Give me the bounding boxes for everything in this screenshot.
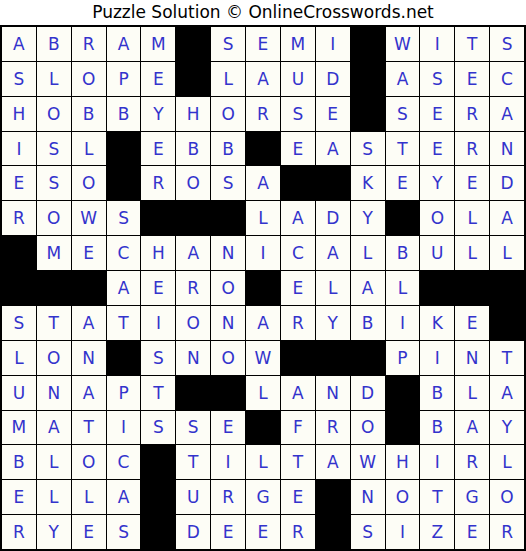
grid-cell-r2c15[interactable]: C: [490, 62, 524, 96]
block-cell-r14c5: [141, 480, 175, 514]
grid-cell-r6c8[interactable]: L: [246, 201, 280, 235]
grid-cell-r9c8[interactable]: A: [246, 306, 280, 340]
grid-cell-r7c13[interactable]: U: [420, 236, 454, 270]
grid-cell-r14c6[interactable]: U: [176, 480, 210, 514]
grid-cell-r5c3[interactable]: O: [72, 166, 106, 200]
grid-cell-r4c14[interactable]: R: [455, 132, 489, 166]
grid-cell-r12c13[interactable]: B: [420, 411, 454, 445]
grid-cell-r4c12[interactable]: T: [386, 132, 420, 166]
grid-cell-r4c5[interactable]: E: [141, 132, 175, 166]
grid-cell-r12c3[interactable]: T: [72, 411, 106, 445]
grid-cell-r13c7[interactable]: I: [211, 445, 245, 479]
grid-cell-r12c7[interactable]: E: [211, 411, 245, 445]
grid-cell-r15c3[interactable]: E: [72, 515, 106, 549]
page-title: Puzzle Solution © OnlineCrosswords.net: [0, 0, 526, 25]
grid-cell-r1c15[interactable]: S: [490, 27, 524, 61]
grid-cell-r3c10[interactable]: E: [316, 97, 350, 131]
grid-cell-r1c12[interactable]: W: [386, 27, 420, 61]
grid-cell-r8c6[interactable]: R: [176, 271, 210, 305]
block-cell-r6c7: [211, 201, 245, 235]
grid-cell-r10c13[interactable]: I: [420, 341, 454, 375]
grid-cell-r10c3[interactable]: N: [72, 341, 106, 375]
block-cell-r5c10: [316, 166, 350, 200]
grid-cell-r9c4[interactable]: T: [107, 306, 141, 340]
block-cell-r11c12: [386, 376, 420, 410]
grid-cell-r6c15[interactable]: A: [490, 201, 524, 235]
grid-cell-r5c1[interactable]: E: [2, 166, 36, 200]
grid-cell-r3c1[interactable]: H: [2, 97, 36, 131]
grid-cell-r11c3[interactable]: A: [72, 376, 106, 410]
block-cell-r8c13: [420, 271, 454, 305]
grid-cell-r15c7[interactable]: E: [211, 515, 245, 549]
grid-cell-r6c2[interactable]: O: [37, 201, 71, 235]
grid-cell-r14c4[interactable]: A: [107, 480, 141, 514]
grid-cell-r8c11[interactable]: A: [351, 271, 385, 305]
grid-cell-r9c11[interactable]: B: [351, 306, 385, 340]
grid-cell-r11c10[interactable]: N: [316, 376, 350, 410]
grid-cell-r9c2[interactable]: T: [37, 306, 71, 340]
grid-cell-r10c14[interactable]: N: [455, 341, 489, 375]
grid-cell-r1c14[interactable]: T: [455, 27, 489, 61]
grid-cell-r3c3[interactable]: B: [72, 97, 106, 131]
grid-cell-r6c11[interactable]: Y: [351, 201, 385, 235]
grid-cell-r5c2[interactable]: S: [37, 166, 71, 200]
grid-cell-r12c1[interactable]: M: [2, 411, 36, 445]
block-cell-r8c2: [37, 271, 71, 305]
grid-cell-r7c10[interactable]: A: [316, 236, 350, 270]
grid-cell-r15c6[interactable]: D: [176, 515, 210, 549]
grid-cell-r6c9[interactable]: A: [281, 201, 315, 235]
grid-cell-r7c14[interactable]: L: [455, 236, 489, 270]
grid-cell-r2c2[interactable]: L: [37, 62, 71, 96]
grid-cell-r13c8[interactable]: L: [246, 445, 280, 479]
block-cell-r12c12: [386, 411, 420, 445]
grid-cell-r7c2[interactable]: M: [37, 236, 71, 270]
block-cell-r4c4: [107, 132, 141, 166]
block-cell-r1c6: [176, 27, 210, 61]
page: Puzzle Solution © OnlineCrosswords.net A…: [0, 0, 526, 551]
block-cell-r11c6: [176, 376, 210, 410]
grid-cell-r3c13[interactable]: E: [420, 97, 454, 131]
grid-cell-r8c12[interactable]: L: [386, 271, 420, 305]
block-cell-r4c8: [246, 132, 280, 166]
grid-cell-r9c1[interactable]: S: [2, 306, 36, 340]
grid-cell-r8c7[interactable]: O: [211, 271, 245, 305]
grid-cell-r13c4[interactable]: C: [107, 445, 141, 479]
grid-cell-r7c3[interactable]: E: [72, 236, 106, 270]
grid-cell-r1c7[interactable]: S: [211, 27, 245, 61]
grid-cell-r13c1[interactable]: B: [2, 445, 36, 479]
block-cell-r14c10: [316, 480, 350, 514]
grid-cell-r14c12[interactable]: O: [386, 480, 420, 514]
grid-cell-r10c7[interactable]: O: [211, 341, 245, 375]
grid-cell-r2c8[interactable]: A: [246, 62, 280, 96]
grid-cell-r10c2[interactable]: O: [37, 341, 71, 375]
grid-cell-r5c8[interactable]: A: [246, 166, 280, 200]
grid-cell-r5c15[interactable]: D: [490, 166, 524, 200]
grid-cell-r7c6[interactable]: A: [176, 236, 210, 270]
grid-cell-r14c15[interactable]: O: [490, 480, 524, 514]
grid-cell-r13c13[interactable]: I: [420, 445, 454, 479]
grid-cell-r7c7[interactable]: N: [211, 236, 245, 270]
grid-cell-r2c13[interactable]: S: [420, 62, 454, 96]
grid-cell-r14c9[interactable]: E: [281, 480, 315, 514]
grid-cell-r11c5[interactable]: T: [141, 376, 175, 410]
grid-cell-r11c1[interactable]: U: [2, 376, 36, 410]
grid-cell-r5c5[interactable]: R: [141, 166, 175, 200]
grid-cell-r4c3[interactable]: L: [72, 132, 106, 166]
grid-cell-r8c4[interactable]: A: [107, 271, 141, 305]
grid-cell-r6c13[interactable]: O: [420, 201, 454, 235]
grid-cell-r3c8[interactable]: R: [246, 97, 280, 131]
grid-cell-r15c11[interactable]: S: [351, 515, 385, 549]
grid-cell-r9c3[interactable]: A: [72, 306, 106, 340]
grid-cell-r2c7[interactable]: L: [211, 62, 245, 96]
block-cell-r10c10: [316, 341, 350, 375]
grid-cell-r11c8[interactable]: L: [246, 376, 280, 410]
block-cell-r7c1: [2, 236, 36, 270]
block-cell-r5c9: [281, 166, 315, 200]
grid-cell-r15c1[interactable]: R: [2, 515, 36, 549]
grid-cell-r7c15[interactable]: L: [490, 236, 524, 270]
grid-cell-r1c10[interactable]: I: [316, 27, 350, 61]
grid-cell-r3c15[interactable]: A: [490, 97, 524, 131]
grid-cell-r13c6[interactable]: T: [176, 445, 210, 479]
grid-cell-r11c14[interactable]: L: [455, 376, 489, 410]
grid-cell-r4c6[interactable]: B: [176, 132, 210, 166]
grid-cell-r8c5[interactable]: E: [141, 271, 175, 305]
grid-cell-r3c4[interactable]: B: [107, 97, 141, 131]
grid-cell-r14c13[interactable]: T: [420, 480, 454, 514]
grid-cell-r3c14[interactable]: R: [455, 97, 489, 131]
grid-cell-r15c15[interactable]: R: [490, 515, 524, 549]
grid-cell-r4c9[interactable]: E: [281, 132, 315, 166]
grid-cell-r9c10[interactable]: Y: [316, 306, 350, 340]
grid-cell-r12c15[interactable]: Y: [490, 411, 524, 445]
grid-cell-r5c6[interactable]: O: [176, 166, 210, 200]
grid-cell-r14c8[interactable]: G: [246, 480, 280, 514]
grid-cell-r6c4[interactable]: S: [107, 201, 141, 235]
block-cell-r3c11: [351, 97, 385, 131]
grid-cell-r9c14[interactable]: E: [455, 306, 489, 340]
grid-cell-r5c11[interactable]: K: [351, 166, 385, 200]
grid-cell-r7c8[interactable]: I: [246, 236, 280, 270]
grid-cell-r11c11[interactable]: D: [351, 376, 385, 410]
grid-cell-r9c6[interactable]: O: [176, 306, 210, 340]
block-cell-r8c15: [490, 271, 524, 305]
grid-cell-r7c12[interactable]: B: [386, 236, 420, 270]
grid-cell-r15c2[interactable]: Y: [37, 515, 71, 549]
block-cell-r10c4: [107, 341, 141, 375]
grid-cell-r1c8[interactable]: E: [246, 27, 280, 61]
grid-cell-r8c10[interactable]: L: [316, 271, 350, 305]
grid-cell-r14c2[interactable]: L: [37, 480, 71, 514]
grid-cell-r14c14[interactable]: G: [455, 480, 489, 514]
block-cell-r9c15: [490, 306, 524, 340]
block-cell-r11c7: [211, 376, 245, 410]
grid-cell-r3c2[interactable]: O: [37, 97, 71, 131]
grid-cell-r3c7[interactable]: O: [211, 97, 245, 131]
grid-cell-r5c12[interactable]: E: [386, 166, 420, 200]
grid-cell-r4c13[interactable]: E: [420, 132, 454, 166]
grid-cell-r10c12[interactable]: P: [386, 341, 420, 375]
grid-cell-r12c10[interactable]: R: [316, 411, 350, 445]
grid-cell-r3c9[interactable]: S: [281, 97, 315, 131]
grid-cell-r6c3[interactable]: W: [72, 201, 106, 235]
grid-cell-r4c7[interactable]: B: [211, 132, 245, 166]
grid-cell-r14c3[interactable]: L: [72, 480, 106, 514]
grid-cell-r14c1[interactable]: E: [2, 480, 36, 514]
block-cell-r15c5: [141, 515, 175, 549]
block-cell-r10c11: [351, 341, 385, 375]
crossword-grid: ABRAMSEMIWITSSLOPELAUDASECHOBBYHORSESERA…: [0, 25, 526, 551]
grid-cell-r11c4[interactable]: P: [107, 376, 141, 410]
grid-cell-r13c11[interactable]: W: [351, 445, 385, 479]
grid-cell-r15c8[interactable]: E: [246, 515, 280, 549]
grid-cell-r3c12[interactable]: S: [386, 97, 420, 131]
grid-cell-r4c15[interactable]: N: [490, 132, 524, 166]
grid-cell-r3c5[interactable]: Y: [141, 97, 175, 131]
grid-cell-r13c9[interactable]: T: [281, 445, 315, 479]
grid-cell-r3c6[interactable]: H: [176, 97, 210, 131]
grid-cell-r12c5[interactable]: S: [141, 411, 175, 445]
grid-cell-r7c4[interactable]: C: [107, 236, 141, 270]
grid-cell-r12c4[interactable]: I: [107, 411, 141, 445]
block-cell-r2c6: [176, 62, 210, 96]
grid-cell-r1c13[interactable]: I: [420, 27, 454, 61]
grid-cell-r13c10[interactable]: A: [316, 445, 350, 479]
grid-cell-r15c14[interactable]: E: [455, 515, 489, 549]
grid-cell-r12c14[interactable]: A: [455, 411, 489, 445]
grid-cell-r14c7[interactable]: R: [211, 480, 245, 514]
grid-cell-r13c14[interactable]: R: [455, 445, 489, 479]
grid-cell-r2c4[interactable]: P: [107, 62, 141, 96]
grid-cell-r5c7[interactable]: S: [211, 166, 245, 200]
grid-cell-r1c2[interactable]: B: [37, 27, 71, 61]
block-cell-r8c14: [455, 271, 489, 305]
grid-cell-r6c10[interactable]: D: [316, 201, 350, 235]
grid-cell-r10c1[interactable]: L: [2, 341, 36, 375]
grid-cell-r7c5[interactable]: H: [141, 236, 175, 270]
grid-cell-r7c9[interactable]: C: [281, 236, 315, 270]
grid-cell-r6c1[interactable]: R: [2, 201, 36, 235]
block-cell-r6c6: [176, 201, 210, 235]
block-cell-r2c11: [351, 62, 385, 96]
block-cell-r6c5: [141, 201, 175, 235]
grid-cell-r10c8[interactable]: W: [246, 341, 280, 375]
grid-cell-r11c13[interactable]: B: [420, 376, 454, 410]
grid-cell-r4c10[interactable]: A: [316, 132, 350, 166]
block-cell-r12c8: [246, 411, 280, 445]
grid-cell-r11c9[interactable]: A: [281, 376, 315, 410]
block-cell-r6c12: [386, 201, 420, 235]
grid-cell-r1c1[interactable]: A: [2, 27, 36, 61]
grid-cell-r12c6[interactable]: S: [176, 411, 210, 445]
grid-cell-r10c15[interactable]: T: [490, 341, 524, 375]
grid-cell-r9c7[interactable]: N: [211, 306, 245, 340]
grid-cell-r14c11[interactable]: N: [351, 480, 385, 514]
grid-cell-r9c12[interactable]: I: [386, 306, 420, 340]
grid-cell-r15c12[interactable]: I: [386, 515, 420, 549]
grid-cell-r11c15[interactable]: A: [490, 376, 524, 410]
grid-cell-r2c9[interactable]: U: [281, 62, 315, 96]
block-cell-r8c8: [246, 271, 280, 305]
block-cell-r8c3: [72, 271, 106, 305]
block-cell-r8c1: [2, 271, 36, 305]
grid-cell-r10c5[interactable]: S: [141, 341, 175, 375]
grid-cell-r2c12[interactable]: A: [386, 62, 420, 96]
grid-cell-r2c14[interactable]: E: [455, 62, 489, 96]
grid-cell-r13c2[interactable]: L: [37, 445, 71, 479]
block-cell-r15c10: [316, 515, 350, 549]
grid-cell-r12c2[interactable]: A: [37, 411, 71, 445]
grid-cell-r12c11[interactable]: O: [351, 411, 385, 445]
grid-cell-r4c2[interactable]: S: [37, 132, 71, 166]
grid-cell-r1c4[interactable]: A: [107, 27, 141, 61]
block-cell-r10c9: [281, 341, 315, 375]
grid-cell-r7c11[interactable]: L: [351, 236, 385, 270]
grid-cell-r15c13[interactable]: Z: [420, 515, 454, 549]
grid-cell-r1c9[interactable]: M: [281, 27, 315, 61]
grid-cell-r10c6[interactable]: N: [176, 341, 210, 375]
grid-cell-r2c5[interactable]: E: [141, 62, 175, 96]
grid-cell-r9c13[interactable]: K: [420, 306, 454, 340]
grid-cell-r5c14[interactable]: E: [455, 166, 489, 200]
block-cell-r1c11: [351, 27, 385, 61]
grid-cell-r9c5[interactable]: I: [141, 306, 175, 340]
grid-cell-r12c9[interactable]: F: [281, 411, 315, 445]
grid-cell-r15c4[interactable]: S: [107, 515, 141, 549]
grid-cell-r6c14[interactable]: L: [455, 201, 489, 235]
block-cell-r5c4: [107, 166, 141, 200]
grid-cell-r9c9[interactable]: R: [281, 306, 315, 340]
grid-cell-r13c3[interactable]: O: [72, 445, 106, 479]
grid-cell-r4c1[interactable]: I: [2, 132, 36, 166]
grid-cell-r2c3[interactable]: O: [72, 62, 106, 96]
block-cell-r13c5: [141, 445, 175, 479]
grid-cell-r11c2[interactable]: N: [37, 376, 71, 410]
grid-cell-r5c13[interactable]: Y: [420, 166, 454, 200]
grid-cell-r2c1[interactable]: S: [2, 62, 36, 96]
grid-cell-r1c3[interactable]: R: [72, 27, 106, 61]
grid-cell-r4c11[interactable]: S: [351, 132, 385, 166]
grid-cell-r13c12[interactable]: H: [386, 445, 420, 479]
grid-cell-r15c9[interactable]: R: [281, 515, 315, 549]
grid-cell-r13c15[interactable]: L: [490, 445, 524, 479]
grid-cell-r2c10[interactable]: D: [316, 62, 350, 96]
grid-cell-r1c5[interactable]: M: [141, 27, 175, 61]
grid-cell-r8c9[interactable]: E: [281, 271, 315, 305]
